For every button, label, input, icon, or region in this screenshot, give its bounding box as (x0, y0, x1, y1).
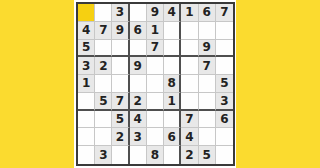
cell-r4c6[interactable] (164, 57, 181, 75)
cell-r7c5[interactable] (147, 111, 164, 129)
cell-r9c4[interactable] (130, 146, 147, 164)
cell-r3c1[interactable]: 5 (78, 40, 95, 58)
cell-r6c8[interactable] (199, 93, 216, 111)
cell-r4c1[interactable]: 3 (78, 57, 95, 75)
cell-r5c8[interactable] (199, 75, 216, 93)
cell-r3c4[interactable] (130, 40, 147, 58)
cell-r5c3[interactable] (112, 75, 129, 93)
cell-r2c8[interactable] (199, 22, 216, 40)
cell-r8c3[interactable]: 2 (112, 128, 129, 146)
board-panel: 39416747961579329718557213547623643825 (74, 0, 236, 168)
cell-r9c9[interactable] (216, 146, 233, 164)
cell-r6c1[interactable] (78, 93, 95, 111)
cell-r1c5[interactable]: 9 (147, 4, 164, 22)
cell-r1c2[interactable] (95, 4, 112, 22)
cell-r5c5[interactable] (147, 75, 164, 93)
cell-r8c1[interactable] (78, 128, 95, 146)
cell-r2c2[interactable]: 7 (95, 22, 112, 40)
cell-r4c3[interactable] (112, 57, 129, 75)
cell-r7c4[interactable]: 4 (130, 111, 147, 129)
cell-r8c4[interactable]: 3 (130, 128, 147, 146)
cell-r6c7[interactable] (181, 93, 198, 111)
cell-r6c3[interactable]: 7 (112, 93, 129, 111)
cell-r9c1[interactable] (78, 146, 95, 164)
cell-r4c2[interactable]: 2 (95, 57, 112, 75)
cell-r6c4[interactable]: 2 (130, 93, 147, 111)
cell-r5c1[interactable]: 1 (78, 75, 95, 93)
cell-r5c9[interactable]: 5 (216, 75, 233, 93)
cell-r5c7[interactable] (181, 75, 198, 93)
cell-r7c9[interactable]: 6 (216, 111, 233, 129)
cell-r1c7[interactable]: 1 (181, 4, 198, 22)
cell-r3c6[interactable] (164, 40, 181, 58)
cell-r9c8[interactable]: 5 (199, 146, 216, 164)
cell-r7c3[interactable]: 5 (112, 111, 129, 129)
cell-r9c3[interactable] (112, 146, 129, 164)
cell-r4c7[interactable] (181, 57, 198, 75)
cell-r2c7[interactable] (181, 22, 198, 40)
cell-r7c1[interactable] (78, 111, 95, 129)
cell-r2c3[interactable]: 9 (112, 22, 129, 40)
cell-r2c9[interactable] (216, 22, 233, 40)
sudoku-board: 39416747961579329718557213547623643825 (76, 2, 235, 166)
cell-r7c2[interactable] (95, 111, 112, 129)
cell-r9c2[interactable]: 3 (95, 146, 112, 164)
cell-r1c3[interactable]: 3 (112, 4, 129, 22)
cell-r3c8[interactable]: 9 (199, 40, 216, 58)
cell-r8c6[interactable]: 6 (164, 128, 181, 146)
cell-r9c5[interactable]: 8 (147, 146, 164, 164)
cell-r8c8[interactable] (199, 128, 216, 146)
cell-r6c9[interactable]: 3 (216, 93, 233, 111)
cell-r1c6[interactable]: 4 (164, 4, 181, 22)
cell-r3c3[interactable] (112, 40, 129, 58)
cell-r7c7[interactable]: 7 (181, 111, 198, 129)
cell-r8c9[interactable] (216, 128, 233, 146)
cell-r4c9[interactable] (216, 57, 233, 75)
cell-r4c5[interactable] (147, 57, 164, 75)
cell-r7c6[interactable] (164, 111, 181, 129)
cell-r3c9[interactable] (216, 40, 233, 58)
cell-r9c6[interactable] (164, 146, 181, 164)
cell-r1c4[interactable] (130, 4, 147, 22)
cell-r5c4[interactable] (130, 75, 147, 93)
cell-r5c6[interactable]: 8 (164, 75, 181, 93)
cell-r6c6[interactable]: 1 (164, 93, 181, 111)
cell-r3c7[interactable] (181, 40, 198, 58)
cell-r9c7[interactable]: 2 (181, 146, 198, 164)
cell-r6c2[interactable]: 5 (95, 93, 112, 111)
cell-r1c9[interactable]: 7 (216, 4, 233, 22)
cell-r3c2[interactable] (95, 40, 112, 58)
cell-r8c7[interactable]: 4 (181, 128, 198, 146)
cell-r7c8[interactable] (199, 111, 216, 129)
cell-r2c4[interactable]: 6 (130, 22, 147, 40)
cell-r3c5[interactable]: 7 (147, 40, 164, 58)
cell-r6c5[interactable] (147, 93, 164, 111)
cell-r2c6[interactable] (164, 22, 181, 40)
cell-r4c4[interactable]: 9 (130, 57, 147, 75)
cell-r2c5[interactable]: 1 (147, 22, 164, 40)
cell-r1c1[interactable] (78, 4, 95, 22)
cell-r8c2[interactable] (95, 128, 112, 146)
cell-r4c8[interactable]: 7 (199, 57, 216, 75)
cell-r1c8[interactable]: 6 (199, 4, 216, 22)
cell-r8c5[interactable] (147, 128, 164, 146)
cell-r5c2[interactable] (95, 75, 112, 93)
cell-r2c1[interactable]: 4 (78, 22, 95, 40)
